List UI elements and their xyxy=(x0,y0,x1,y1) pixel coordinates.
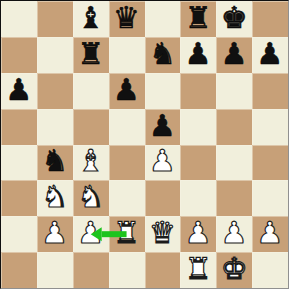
square-a7[interactable] xyxy=(1,37,37,73)
square-d4[interactable] xyxy=(109,145,145,181)
square-b5[interactable] xyxy=(37,109,73,145)
chess-board: ♝♛♜♚♜♞♟♟♟♟♟♟♞♝♟♞♞♟♟♜♛♟♟♟♜♚ xyxy=(0,0,289,289)
white-queen-piece[interactable]: ♛ xyxy=(149,218,176,248)
square-f7[interactable]: ♟ xyxy=(180,37,216,73)
square-d2[interactable]: ♜ xyxy=(109,216,145,252)
black-pawn-piece[interactable]: ♟ xyxy=(5,75,32,105)
black-bishop-piece[interactable]: ♝ xyxy=(77,3,104,33)
black-pawn-piece[interactable]: ♟ xyxy=(113,75,140,105)
square-f3[interactable] xyxy=(180,180,216,216)
board-squares: ♝♛♜♚♜♞♟♟♟♟♟♟♞♝♟♞♞♟♟♜♛♟♟♟♜♚ xyxy=(1,1,288,288)
square-h3[interactable] xyxy=(252,180,288,216)
black-knight-piece[interactable]: ♞ xyxy=(149,39,176,69)
square-g8[interactable]: ♚ xyxy=(216,1,252,37)
white-pawn-piece[interactable]: ♟ xyxy=(149,146,176,176)
square-a2[interactable] xyxy=(1,216,37,252)
white-pawn-piece[interactable]: ♟ xyxy=(221,218,248,248)
square-c5[interactable] xyxy=(73,109,109,145)
square-d1[interactable] xyxy=(109,252,145,288)
black-pawn-piece[interactable]: ♟ xyxy=(257,39,284,69)
white-bishop-piece[interactable]: ♝ xyxy=(77,146,104,176)
square-h2[interactable]: ♟ xyxy=(252,216,288,252)
square-e3[interactable] xyxy=(145,180,181,216)
square-g4[interactable] xyxy=(216,145,252,181)
white-pawn-piece[interactable]: ♟ xyxy=(257,218,284,248)
square-a3[interactable] xyxy=(1,180,37,216)
white-king-piece[interactable]: ♚ xyxy=(221,254,248,284)
square-d8[interactable]: ♛ xyxy=(109,1,145,37)
white-rook-piece[interactable]: ♜ xyxy=(185,254,212,284)
square-f4[interactable] xyxy=(180,145,216,181)
square-a8[interactable] xyxy=(1,1,37,37)
square-c4[interactable]: ♝ xyxy=(73,145,109,181)
square-h6[interactable] xyxy=(252,73,288,109)
square-b6[interactable] xyxy=(37,73,73,109)
square-e8[interactable] xyxy=(145,1,181,37)
square-e2[interactable]: ♛ xyxy=(145,216,181,252)
square-f2[interactable]: ♟ xyxy=(180,216,216,252)
square-h8[interactable] xyxy=(252,1,288,37)
white-pawn-piece[interactable]: ♟ xyxy=(185,218,212,248)
black-rook-piece[interactable]: ♜ xyxy=(77,39,104,69)
square-f6[interactable] xyxy=(180,73,216,109)
square-d5[interactable] xyxy=(109,109,145,145)
white-pawn-piece[interactable]: ♟ xyxy=(41,218,68,248)
square-h7[interactable]: ♟ xyxy=(252,37,288,73)
square-g3[interactable] xyxy=(216,180,252,216)
black-king-piece[interactable]: ♚ xyxy=(221,3,248,33)
black-rook-piece[interactable]: ♜ xyxy=(185,3,212,33)
square-c6[interactable] xyxy=(73,73,109,109)
square-h4[interactable] xyxy=(252,145,288,181)
square-d7[interactable] xyxy=(109,37,145,73)
square-f5[interactable] xyxy=(180,109,216,145)
square-c1[interactable] xyxy=(73,252,109,288)
square-d3[interactable] xyxy=(109,180,145,216)
square-b1[interactable] xyxy=(37,252,73,288)
square-c2[interactable]: ♟ xyxy=(73,216,109,252)
square-a1[interactable] xyxy=(1,252,37,288)
square-e7[interactable]: ♞ xyxy=(145,37,181,73)
square-e5[interactable]: ♟ xyxy=(145,109,181,145)
square-b8[interactable] xyxy=(37,1,73,37)
square-d6[interactable]: ♟ xyxy=(109,73,145,109)
square-a4[interactable] xyxy=(1,145,37,181)
square-e6[interactable] xyxy=(145,73,181,109)
square-b2[interactable]: ♟ xyxy=(37,216,73,252)
square-a5[interactable] xyxy=(1,109,37,145)
white-knight-piece[interactable]: ♞ xyxy=(41,182,68,212)
black-queen-piece[interactable]: ♛ xyxy=(113,3,140,33)
square-g7[interactable]: ♟ xyxy=(216,37,252,73)
square-f8[interactable]: ♜ xyxy=(180,1,216,37)
black-pawn-piece[interactable]: ♟ xyxy=(149,111,176,141)
square-c7[interactable]: ♜ xyxy=(73,37,109,73)
square-e1[interactable] xyxy=(145,252,181,288)
square-g5[interactable] xyxy=(216,109,252,145)
square-g6[interactable] xyxy=(216,73,252,109)
square-b7[interactable] xyxy=(37,37,73,73)
square-g1[interactable]: ♚ xyxy=(216,252,252,288)
black-pawn-piece[interactable]: ♟ xyxy=(221,39,248,69)
square-c3[interactable]: ♞ xyxy=(73,180,109,216)
square-a6[interactable]: ♟ xyxy=(1,73,37,109)
white-pawn-piece[interactable]: ♟ xyxy=(77,218,104,248)
square-g2[interactable]: ♟ xyxy=(216,216,252,252)
black-pawn-piece[interactable]: ♟ xyxy=(185,39,212,69)
square-h1[interactable] xyxy=(252,252,288,288)
square-c8[interactable]: ♝ xyxy=(73,1,109,37)
white-rook-piece[interactable]: ♜ xyxy=(113,218,140,248)
square-h5[interactable] xyxy=(252,109,288,145)
square-e4[interactable]: ♟ xyxy=(145,145,181,181)
square-b3[interactable]: ♞ xyxy=(37,180,73,216)
black-knight-piece[interactable]: ♞ xyxy=(41,146,68,176)
square-b4[interactable]: ♞ xyxy=(37,145,73,181)
square-f1[interactable]: ♜ xyxy=(180,252,216,288)
white-knight-piece[interactable]: ♞ xyxy=(77,182,104,212)
